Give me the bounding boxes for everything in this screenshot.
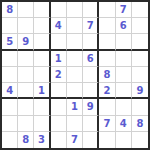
cell-r4c1-empty[interactable] <box>2 51 18 67</box>
cell-r6c2-empty[interactable] <box>18 83 34 99</box>
cell-r6c4-empty[interactable] <box>51 83 67 99</box>
cell-r2c7-empty[interactable] <box>99 18 115 34</box>
cell-r5c9-empty[interactable] <box>132 67 148 83</box>
cell-r6c3-given: 1 <box>34 83 50 99</box>
cell-r4c6-given: 6 <box>83 51 99 67</box>
cell-r3c6-empty[interactable] <box>83 34 99 50</box>
cell-r7c5-given: 1 <box>67 99 83 115</box>
cell-r9c7-empty[interactable] <box>99 132 115 148</box>
cell-r8c6-empty[interactable] <box>83 116 99 132</box>
cell-r8c8-given: 4 <box>116 116 132 132</box>
cell-r4c9-empty[interactable] <box>132 51 148 67</box>
cell-r3c5-empty[interactable] <box>67 34 83 50</box>
cell-r2c5-empty[interactable] <box>67 18 83 34</box>
cell-r3c7-empty[interactable] <box>99 34 115 50</box>
cell-r7c6-given: 9 <box>83 99 99 115</box>
cell-r4c8-empty[interactable] <box>116 51 132 67</box>
cell-r1c8-given: 7 <box>116 2 132 18</box>
cell-r9c5-given: 7 <box>67 132 83 148</box>
cell-r6c7-given: 2 <box>99 83 115 99</box>
cell-r4c5-empty[interactable] <box>67 51 83 67</box>
cell-r1c1-given: 8 <box>2 2 18 18</box>
cell-r8c5-empty[interactable] <box>67 116 83 132</box>
cell-r2c8-given: 6 <box>116 18 132 34</box>
cell-r1c2-empty[interactable] <box>18 2 34 18</box>
cell-r4c2-empty[interactable] <box>18 51 34 67</box>
cell-r9c3-given: 3 <box>34 132 50 148</box>
cell-r8c1-empty[interactable] <box>2 116 18 132</box>
cell-r6c1-given: 4 <box>2 83 18 99</box>
cell-r5c5-empty[interactable] <box>67 67 83 83</box>
sudoku-app: 87476591628412919748837 <box>0 0 150 150</box>
cell-r3c1-given: 5 <box>2 34 18 50</box>
cell-r8c4-empty[interactable] <box>51 116 67 132</box>
cell-r1c3-empty[interactable] <box>34 2 50 18</box>
cell-r8c7-given: 7 <box>99 116 115 132</box>
cell-r1c4-empty[interactable] <box>51 2 67 18</box>
cell-r7c8-empty[interactable] <box>116 99 132 115</box>
cell-r1c5-empty[interactable] <box>67 2 83 18</box>
cell-r5c2-empty[interactable] <box>18 67 34 83</box>
cell-r5c8-empty[interactable] <box>116 67 132 83</box>
cell-r6c8-empty[interactable] <box>116 83 132 99</box>
cell-r2c3-empty[interactable] <box>34 18 50 34</box>
cell-r6c6-empty[interactable] <box>83 83 99 99</box>
cell-r5c7-given: 8 <box>99 67 115 83</box>
cell-r1c6-empty[interactable] <box>83 2 99 18</box>
cell-r2c9-empty[interactable] <box>132 18 148 34</box>
cell-r9c2-given: 8 <box>18 132 34 148</box>
cell-r6c5-empty[interactable] <box>67 83 83 99</box>
cell-r9c6-empty[interactable] <box>83 132 99 148</box>
cell-r3c2-given: 9 <box>18 34 34 50</box>
cell-r3c4-empty[interactable] <box>51 34 67 50</box>
cell-r6c9-given: 9 <box>132 83 148 99</box>
cell-r7c4-empty[interactable] <box>51 99 67 115</box>
cell-r7c9-empty[interactable] <box>132 99 148 115</box>
cell-r1c7-empty[interactable] <box>99 2 115 18</box>
cell-r9c8-empty[interactable] <box>116 132 132 148</box>
cell-r3c8-empty[interactable] <box>116 34 132 50</box>
cell-r2c6-given: 7 <box>83 18 99 34</box>
cell-r4c7-empty[interactable] <box>99 51 115 67</box>
cell-r3c3-empty[interactable] <box>34 34 50 50</box>
cell-r7c7-empty[interactable] <box>99 99 115 115</box>
sudoku-board: 87476591628412919748837 <box>0 0 150 150</box>
cell-r4c4-given: 1 <box>51 51 67 67</box>
cell-r8c2-empty[interactable] <box>18 116 34 132</box>
cell-r5c4-given: 2 <box>51 67 67 83</box>
cell-r8c9-given: 8 <box>132 116 148 132</box>
cell-r7c1-empty[interactable] <box>2 99 18 115</box>
cell-r5c6-empty[interactable] <box>83 67 99 83</box>
cell-r7c2-empty[interactable] <box>18 99 34 115</box>
cell-r2c1-empty[interactable] <box>2 18 18 34</box>
cell-r9c1-empty[interactable] <box>2 132 18 148</box>
cell-r5c3-empty[interactable] <box>34 67 50 83</box>
cell-r7c3-empty[interactable] <box>34 99 50 115</box>
cell-r4c3-empty[interactable] <box>34 51 50 67</box>
cell-r5c1-empty[interactable] <box>2 67 18 83</box>
cell-r2c4-given: 4 <box>51 18 67 34</box>
cell-r2c2-empty[interactable] <box>18 18 34 34</box>
cell-r8c3-empty[interactable] <box>34 116 50 132</box>
cell-r9c9-empty[interactable] <box>132 132 148 148</box>
cell-r9c4-empty[interactable] <box>51 132 67 148</box>
cell-r3c9-empty[interactable] <box>132 34 148 50</box>
cell-r1c9-empty[interactable] <box>132 2 148 18</box>
